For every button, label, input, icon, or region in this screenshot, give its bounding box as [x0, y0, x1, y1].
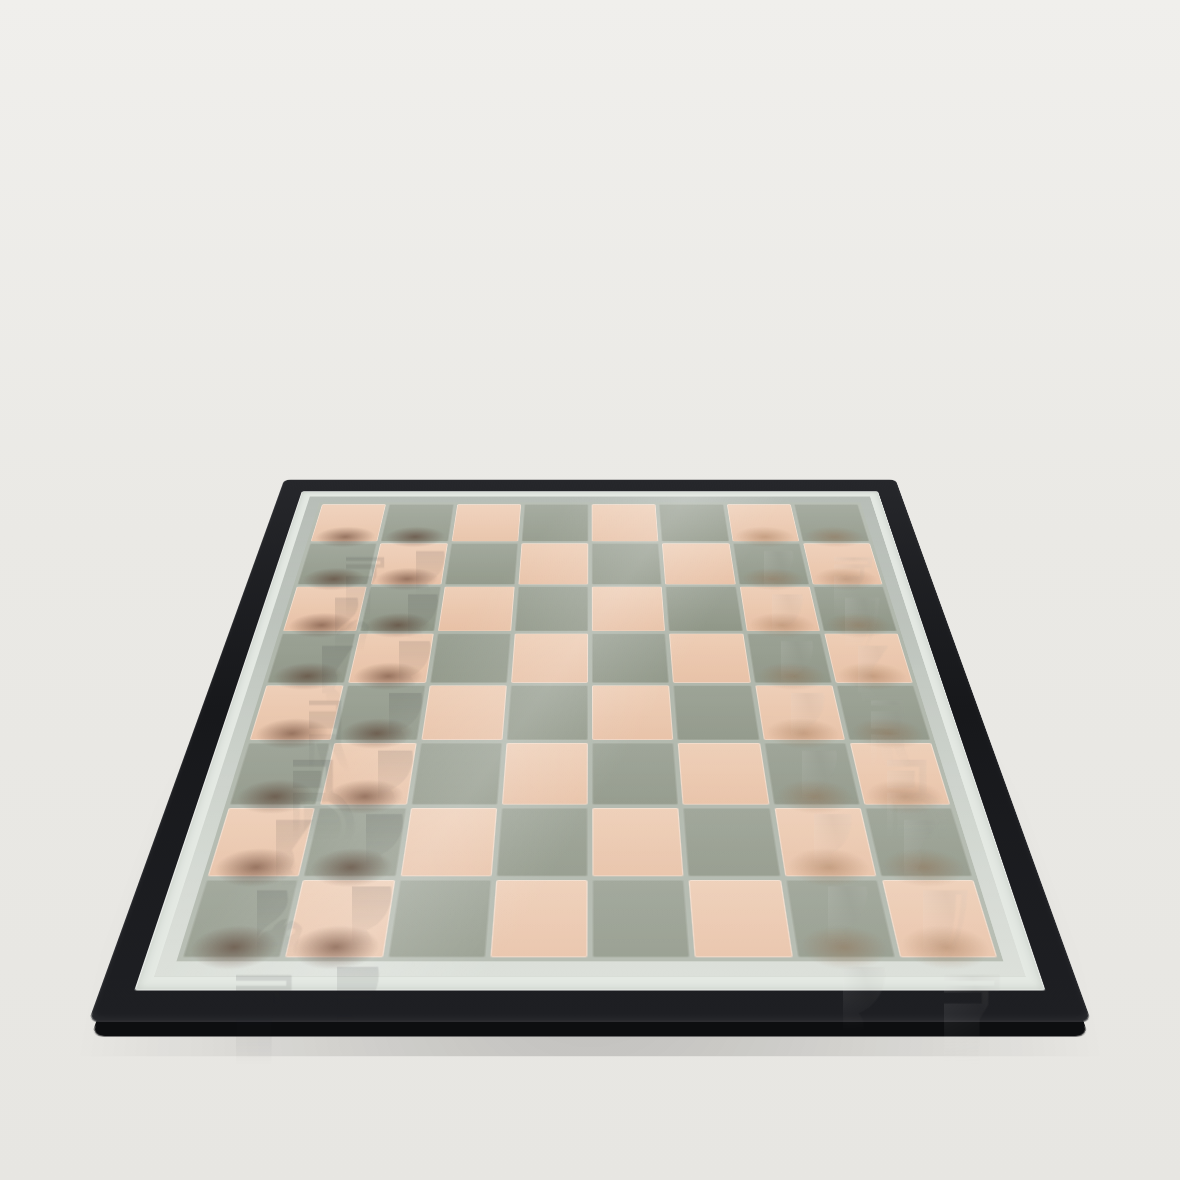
square-a6[interactable] [451, 504, 521, 541]
product-photo: Overhead-angle product photo of a decora… [0, 0, 1180, 1180]
square-e4[interactable] [592, 685, 674, 740]
square-b4[interactable] [592, 544, 662, 585]
square-a3[interactable] [659, 504, 729, 541]
square-f3[interactable] [678, 743, 769, 804]
square-c4[interactable] [592, 586, 665, 631]
square-c6[interactable] [438, 586, 515, 631]
square-a5[interactable] [521, 504, 588, 541]
square-g5[interactable] [496, 808, 588, 877]
square-e5[interactable] [506, 685, 588, 740]
square-d4[interactable] [592, 633, 669, 682]
square-g3[interactable] [683, 808, 780, 877]
square-e6[interactable] [421, 685, 507, 740]
square-a4[interactable] [592, 504, 659, 541]
square-h6[interactable] [388, 880, 492, 958]
square-h3[interactable] [689, 880, 793, 958]
black-pawn-glyph: ♟ [274, 806, 399, 946]
chessboard: ♜♜♟♟♟♟♜♜♞♞♟♟♟♟♞♞♝♝♟♟♟♟♝♝♛♛♟♟♟♟♛♛♚♚♟♟♟♟♚♚… [88, 480, 1091, 1022]
square-d5[interactable] [511, 633, 588, 682]
square-h5[interactable] [490, 880, 588, 958]
square-g4[interactable] [592, 808, 684, 877]
square-b3[interactable] [662, 544, 735, 585]
square-b6[interactable] [445, 544, 518, 585]
square-d6[interactable] [430, 633, 511, 682]
square-f5[interactable] [502, 743, 588, 804]
square-f6[interactable] [411, 743, 502, 804]
square-c3[interactable] [666, 586, 743, 631]
square-g6[interactable] [400, 808, 497, 877]
white-rook-glyph: ♜ [856, 749, 1033, 946]
square-h4[interactable] [592, 880, 690, 958]
chessboard-scene: ♜♜♟♟♟♟♜♜♞♞♟♟♟♟♞♞♝♝♟♟♟♟♝♝♛♛♟♟♟♟♛♛♚♚♟♟♟♟♚♚… [0, 0, 1180, 1180]
square-b5[interactable] [518, 544, 588, 585]
square-d3[interactable] [669, 633, 750, 682]
square-f4[interactable] [592, 743, 678, 804]
square-e3[interactable] [673, 685, 759, 740]
square-c5[interactable] [515, 586, 588, 631]
